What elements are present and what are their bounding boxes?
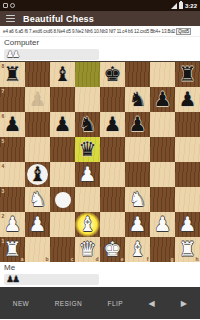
player-bottom-label: Me	[4, 263, 196, 272]
square-b1[interactable]: b	[25, 237, 50, 262]
piece-black-pawn[interactable]: ♟	[125, 112, 150, 137]
square-b2[interactable]: ♟	[25, 212, 50, 237]
piece-black-knight[interactable]: ♞	[125, 87, 150, 112]
square-f7[interactable]: ♞	[125, 87, 150, 112]
piece-black-king[interactable]: ♚	[100, 62, 125, 87]
square-e6[interactable]: ♟	[100, 112, 125, 137]
square-b7[interactable]: ♟	[25, 87, 50, 112]
piece-black-pawn[interactable]: ♟	[0, 112, 25, 137]
captured-tray-top: ♟♟	[4, 49, 99, 60]
piece-white-bishop[interactable]: ♝	[125, 237, 150, 262]
square-a4[interactable]: 4	[0, 162, 25, 187]
square-g2[interactable]: ♟	[150, 212, 175, 237]
square-h1[interactable]: h♜	[175, 237, 200, 262]
piece-white-pawn[interactable]: ♟	[75, 162, 100, 187]
player-bottom-strip: Me ♟♟	[0, 261, 200, 287]
notification-circle-icon	[10, 3, 15, 8]
square-b5[interactable]	[25, 137, 50, 162]
captured-black-pawn: ♟	[12, 274, 20, 285]
piece-white-bishop[interactable]: ♝	[75, 212, 100, 237]
square-d1[interactable]: d♛	[75, 237, 100, 262]
piece-black-bishop[interactable]: ♝	[25, 162, 50, 187]
rank-label: 5	[2, 138, 5, 144]
prev-move-button[interactable]: ◀	[147, 295, 158, 312]
square-f1[interactable]: f♝	[125, 237, 150, 262]
piece-black-pawn[interactable]: ♟	[150, 87, 175, 112]
square-g8[interactable]	[150, 62, 175, 87]
app-toolbar: Beautiful Chess	[0, 11, 200, 26]
square-d5[interactable]: ♛	[75, 137, 100, 162]
square-f4[interactable]	[125, 162, 150, 187]
square-e3[interactable]	[100, 187, 125, 212]
square-e8[interactable]: ♚	[100, 62, 125, 87]
new-game-button[interactable]: NEW	[11, 296, 31, 311]
player-top-strip: Computer ♟♟	[0, 37, 200, 62]
square-c8[interactable]: ♝	[50, 62, 75, 87]
square-e2[interactable]	[100, 212, 125, 237]
moves-text: e4 a6 6.a5 f6 7.exd6 cxd6 8.Ne4 d5 9.Ne2…	[3, 29, 175, 34]
square-f2[interactable]: ♟	[125, 212, 150, 237]
status-bar: 3:22	[0, 0, 200, 11]
captured-tray-bottom: ♟♟	[4, 274, 99, 285]
square-b3[interactable]: ♞	[25, 187, 50, 212]
square-c6[interactable]: ♟	[50, 112, 75, 137]
piece-white-king[interactable]: ♚	[100, 237, 125, 262]
piece-black-pawn[interactable]: ♟	[50, 112, 75, 137]
clock-text: 3:22	[185, 3, 197, 9]
square-e5[interactable]	[100, 137, 125, 162]
square-a8[interactable]: 8♜	[0, 62, 25, 87]
square-h3[interactable]	[175, 187, 200, 212]
piece-white-pawn[interactable]: ♟	[175, 212, 200, 237]
square-c7[interactable]	[50, 87, 75, 112]
resign-button[interactable]: RESIGN	[53, 296, 84, 311]
square-a1[interactable]: 1a♜	[0, 237, 25, 262]
piece-white-pawn[interactable]: ♟	[150, 212, 175, 237]
last-move-chip: Qxd5	[176, 28, 191, 35]
square-d3[interactable]	[75, 187, 100, 212]
square-d6[interactable]: ♞	[75, 112, 100, 137]
piece-white-queen[interactable]: ♛	[75, 237, 100, 262]
square-f3[interactable]: ♞	[125, 187, 150, 212]
square-d4[interactable]: ♟	[75, 162, 100, 187]
square-a5[interactable]: 5	[0, 137, 25, 162]
piece-white-knight[interactable]: ♞	[125, 187, 150, 212]
square-h7[interactable]: ♟	[175, 87, 200, 112]
square-c2[interactable]	[50, 212, 75, 237]
square-h4[interactable]	[175, 162, 200, 187]
square-a2[interactable]: 2♟	[0, 212, 25, 237]
square-c3[interactable]	[50, 187, 75, 212]
piece-black-rook[interactable]: ♜	[0, 62, 25, 87]
signal-icon	[171, 3, 177, 9]
piece-white-rook[interactable]: ♜	[0, 237, 25, 262]
square-h2[interactable]: ♟	[175, 212, 200, 237]
piece-black-pawn[interactable]: ♟	[175, 87, 200, 112]
square-b8[interactable]	[25, 62, 50, 87]
piece-black-pawn[interactable]: ♟	[100, 112, 125, 137]
square-g7[interactable]: ♟	[150, 87, 175, 112]
square-a7[interactable]: 7	[0, 87, 25, 112]
square-b6[interactable]	[25, 112, 50, 137]
square-h6[interactable]	[175, 112, 200, 137]
square-g4[interactable]	[150, 162, 175, 187]
piece-white-knight[interactable]: ♞	[25, 187, 50, 212]
square-g5[interactable]	[150, 137, 175, 162]
square-a3[interactable]: 3	[0, 187, 25, 212]
square-c5[interactable]	[50, 137, 75, 162]
flip-board-button[interactable]: FLIP	[106, 296, 125, 311]
square-b4[interactable]: ♝	[25, 162, 50, 187]
piece-white-pawn[interactable]: ♟	[0, 212, 25, 237]
square-e1[interactable]: e♚	[100, 237, 125, 262]
square-g6[interactable]	[150, 112, 175, 137]
file-label: g	[170, 256, 173, 262]
notification-app-icon	[3, 3, 8, 8]
next-move-button[interactable]: ▶	[179, 295, 190, 312]
square-d7[interactable]	[75, 87, 100, 112]
battery-icon	[179, 2, 183, 9]
square-c4[interactable]	[50, 162, 75, 187]
square-d8[interactable]	[75, 62, 100, 87]
square-e7[interactable]	[100, 87, 125, 112]
square-f5[interactable]	[125, 137, 150, 162]
square-h5[interactable]	[175, 137, 200, 162]
player-top-label: Computer	[4, 38, 196, 47]
piece-black-bishop[interactable]: ♝	[50, 62, 75, 87]
menu-icon[interactable]	[6, 15, 15, 23]
square-f6[interactable]: ♟	[125, 112, 150, 137]
square-f8[interactable]	[125, 62, 150, 87]
piece-black-knight[interactable]: ♞	[75, 112, 100, 137]
rank-label: 4	[2, 163, 5, 169]
captured-white-pawn: ♟	[12, 49, 20, 60]
square-e4[interactable]	[100, 162, 125, 187]
square-g1[interactable]: g	[150, 237, 175, 262]
piece-white-rook[interactable]: ♜	[175, 237, 200, 262]
piece-black-queen[interactable]: ♛	[75, 137, 100, 162]
file-label: b	[45, 256, 48, 262]
ghost-piece: ♟	[25, 87, 50, 112]
piece-white-pawn[interactable]: ♟	[25, 212, 50, 237]
square-a6[interactable]: 6♟	[0, 112, 25, 137]
bottom-toolbar: NEWRESIGNFLIP◀▶	[0, 287, 200, 319]
rank-label: 7	[2, 88, 5, 94]
square-g3[interactable]	[150, 187, 175, 212]
piece-black-rook[interactable]: ♜	[175, 62, 200, 87]
file-label: c	[71, 256, 74, 262]
square-d2[interactable]: ♝	[75, 212, 100, 237]
square-c1[interactable]: c	[50, 237, 75, 262]
piece-white-pawn[interactable]: ♟	[125, 212, 150, 237]
app-title: Beautiful Chess	[23, 14, 94, 24]
move-list[interactable]: e4 a6 6.a5 f6 7.exd6 cxd6 8.Ne4 d5 9.Ne2…	[0, 26, 200, 37]
square-h8[interactable]: ♜	[175, 62, 200, 87]
chess-board[interactable]: 8♜♝♚♜7♟♞♟♟6♟♟♞♟♟5♛4♝♟3♞♞2♟♟♝♟♟♟1a♜bcd♛e♚…	[0, 61, 200, 261]
rank-label: 3	[2, 188, 5, 194]
